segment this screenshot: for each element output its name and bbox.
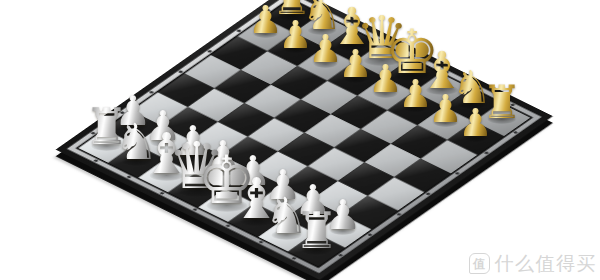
board-squares: [78, 0, 530, 266]
smzdm-logo-icon: 值: [469, 253, 490, 274]
chess-board: [56, 0, 553, 280]
watermark-text: 什么值得买: [495, 254, 598, 273]
watermark: 值 什么值得买: [469, 253, 598, 274]
chess-set-photo: ♜♞♝♛♚♝♞♜♟♟♟♟♟♟♟♟♟♟♟♟♟♟♟♟♜♞♝♛♚♝♞♜ 值 什么值得买: [0, 0, 600, 280]
